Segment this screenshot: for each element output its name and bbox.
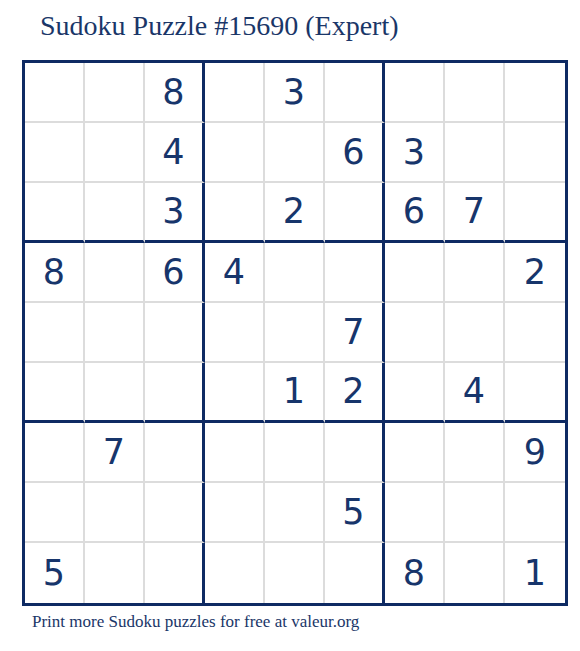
sudoku-cell-r8c8[interactable] xyxy=(445,483,505,543)
sudoku-cell-r3c8[interactable]: 7 xyxy=(445,183,505,243)
sudoku-cell-r6c7[interactable] xyxy=(385,363,445,423)
sudoku-cell-r6c1[interactable] xyxy=(25,363,85,423)
sudoku-cell-r7c7[interactable] xyxy=(385,423,445,483)
sudoku-cell-r6c2[interactable] xyxy=(85,363,145,423)
sudoku-cell-r6c4[interactable] xyxy=(205,363,265,423)
sudoku-cell-r7c4[interactable] xyxy=(205,423,265,483)
sudoku-cell-r9c9[interactable]: 1 xyxy=(505,543,565,603)
sudoku-cell-r3c6[interactable] xyxy=(325,183,385,243)
sudoku-cell-r8c9[interactable] xyxy=(505,483,565,543)
sudoku-cell-r6c8[interactable]: 4 xyxy=(445,363,505,423)
sudoku-cell-r2c7[interactable]: 3 xyxy=(385,123,445,183)
sudoku-cell-r6c5[interactable]: 1 xyxy=(265,363,325,423)
sudoku-cell-r3c3[interactable]: 3 xyxy=(145,183,205,243)
sudoku-cell-r5c6[interactable]: 7 xyxy=(325,303,385,363)
sudoku-cell-r1c2[interactable] xyxy=(85,63,145,123)
sudoku-cell-r9c3[interactable] xyxy=(145,543,205,603)
sudoku-cell-r8c4[interactable] xyxy=(205,483,265,543)
sudoku-cell-r2c6[interactable]: 6 xyxy=(325,123,385,183)
sudoku-cell-r5c1[interactable] xyxy=(25,303,85,363)
sudoku-cell-r4c3[interactable]: 6 xyxy=(145,243,205,303)
sudoku-cell-r9c4[interactable] xyxy=(205,543,265,603)
page-title: Sudoku Puzzle #15690 (Expert) xyxy=(40,10,399,42)
sudoku-cell-r5c2[interactable] xyxy=(85,303,145,363)
sudoku-cell-r4c7[interactable] xyxy=(385,243,445,303)
sudoku-cell-r5c8[interactable] xyxy=(445,303,505,363)
sudoku-cell-r1c4[interactable] xyxy=(205,63,265,123)
sudoku-cell-r8c6[interactable]: 5 xyxy=(325,483,385,543)
sudoku-cell-r2c4[interactable] xyxy=(205,123,265,183)
sudoku-cell-r6c3[interactable] xyxy=(145,363,205,423)
sudoku-cell-r9c7[interactable]: 8 xyxy=(385,543,445,603)
sudoku-cell-r3c5[interactable]: 2 xyxy=(265,183,325,243)
sudoku-cell-r5c5[interactable] xyxy=(265,303,325,363)
sudoku-cell-r2c2[interactable] xyxy=(85,123,145,183)
sudoku-cell-r7c2[interactable]: 7 xyxy=(85,423,145,483)
sudoku-cell-r7c8[interactable] xyxy=(445,423,505,483)
sudoku-cell-r1c6[interactable] xyxy=(325,63,385,123)
sudoku-cell-r5c4[interactable] xyxy=(205,303,265,363)
sudoku-cell-r8c2[interactable] xyxy=(85,483,145,543)
sudoku-cell-r9c5[interactable] xyxy=(265,543,325,603)
sudoku-cell-r3c2[interactable] xyxy=(85,183,145,243)
sudoku-board: 83463326786427124795581 xyxy=(22,60,568,606)
sudoku-cell-r8c5[interactable] xyxy=(265,483,325,543)
sudoku-cell-r4c1[interactable]: 8 xyxy=(25,243,85,303)
sudoku-cell-r3c7[interactable]: 6 xyxy=(385,183,445,243)
sudoku-cell-r2c1[interactable] xyxy=(25,123,85,183)
sudoku-cell-r1c1[interactable] xyxy=(25,63,85,123)
sudoku-cell-r3c4[interactable] xyxy=(205,183,265,243)
sudoku-cell-r6c9[interactable] xyxy=(505,363,565,423)
sudoku-cell-r7c6[interactable] xyxy=(325,423,385,483)
sudoku-cell-r2c9[interactable] xyxy=(505,123,565,183)
sudoku-cell-r4c6[interactable] xyxy=(325,243,385,303)
sudoku-cell-r7c3[interactable] xyxy=(145,423,205,483)
sudoku-cell-r1c8[interactable] xyxy=(445,63,505,123)
sudoku-cell-r2c8[interactable] xyxy=(445,123,505,183)
footer-text: Print more Sudoku puzzles for free at va… xyxy=(32,612,359,632)
sudoku-page: Sudoku Puzzle #15690 (Expert) 8346332678… xyxy=(0,0,580,651)
sudoku-cell-r9c1[interactable]: 5 xyxy=(25,543,85,603)
sudoku-cell-r8c3[interactable] xyxy=(145,483,205,543)
sudoku-cell-r8c7[interactable] xyxy=(385,483,445,543)
sudoku-cell-r5c3[interactable] xyxy=(145,303,205,363)
sudoku-cell-r9c2[interactable] xyxy=(85,543,145,603)
sudoku-cell-r4c9[interactable]: 2 xyxy=(505,243,565,303)
sudoku-cell-r2c5[interactable] xyxy=(265,123,325,183)
sudoku-cell-r4c8[interactable] xyxy=(445,243,505,303)
sudoku-cell-r5c7[interactable] xyxy=(385,303,445,363)
sudoku-cell-r9c8[interactable] xyxy=(445,543,505,603)
sudoku-cell-r1c5[interactable]: 3 xyxy=(265,63,325,123)
sudoku-cell-r7c1[interactable] xyxy=(25,423,85,483)
sudoku-cell-r1c7[interactable] xyxy=(385,63,445,123)
sudoku-cell-r7c5[interactable] xyxy=(265,423,325,483)
sudoku-cell-r1c9[interactable] xyxy=(505,63,565,123)
sudoku-cell-r5c9[interactable] xyxy=(505,303,565,363)
sudoku-cell-r7c9[interactable]: 9 xyxy=(505,423,565,483)
sudoku-cell-r4c5[interactable] xyxy=(265,243,325,303)
sudoku-cell-r4c2[interactable] xyxy=(85,243,145,303)
sudoku-cell-r1c3[interactable]: 8 xyxy=(145,63,205,123)
sudoku-cell-r2c3[interactable]: 4 xyxy=(145,123,205,183)
sudoku-cell-r8c1[interactable] xyxy=(25,483,85,543)
sudoku-cell-r6c6[interactable]: 2 xyxy=(325,363,385,423)
sudoku-cell-r3c9[interactable] xyxy=(505,183,565,243)
sudoku-cell-r4c4[interactable]: 4 xyxy=(205,243,265,303)
sudoku-cell-r3c1[interactable] xyxy=(25,183,85,243)
sudoku-cell-r9c6[interactable] xyxy=(325,543,385,603)
